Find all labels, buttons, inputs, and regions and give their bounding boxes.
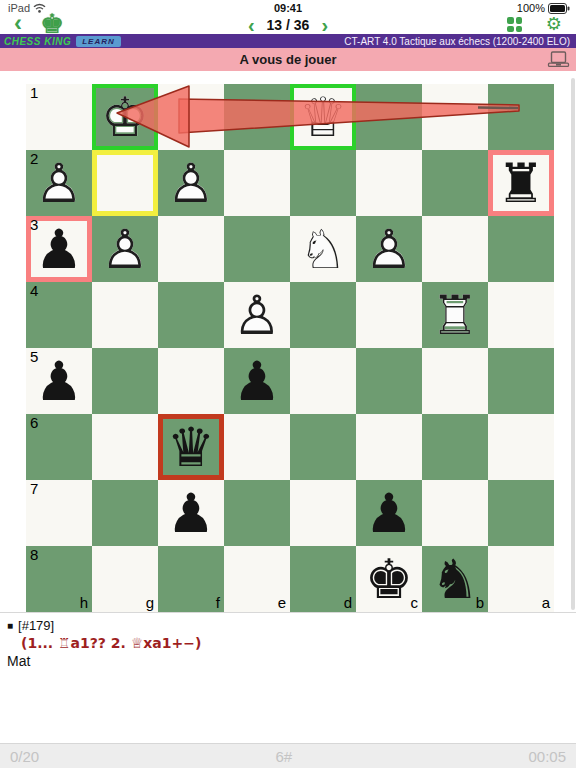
- square-b7[interactable]: [422, 480, 488, 546]
- square-d4[interactable]: [290, 282, 356, 348]
- square-h5[interactable]: 5♟: [26, 348, 92, 414]
- square-e3[interactable]: [224, 216, 290, 282]
- square-a6[interactable]: [488, 414, 554, 480]
- white-pawn-c3: ♟♙: [356, 216, 422, 282]
- square-g5[interactable]: [92, 348, 158, 414]
- square-g2[interactable]: [92, 150, 158, 216]
- square-e8[interactable]: e: [224, 546, 290, 612]
- square-a5[interactable]: [488, 348, 554, 414]
- square-c7[interactable]: ♟: [356, 480, 422, 546]
- square-b6[interactable]: [422, 414, 488, 480]
- rank-label-1: 1: [30, 84, 38, 101]
- board-divider: [0, 612, 576, 613]
- file-label-h: h: [80, 594, 88, 611]
- square-e6[interactable]: [224, 414, 290, 480]
- square-d7[interactable]: [290, 480, 356, 546]
- square-b8[interactable]: b♞: [422, 546, 488, 612]
- annotation-panel: ■ [#179] (1... ♖a1?? 2. ♕xa1+−) Mat: [7, 617, 201, 670]
- score-counter: 0/20: [10, 748, 39, 765]
- white-king-g1: ♚♔: [92, 84, 158, 150]
- square-e1[interactable]: [224, 84, 290, 150]
- variation-line: (1... ♖a1?? 2. ♕xa1+−): [21, 634, 201, 652]
- square-f2[interactable]: ♟♙: [158, 150, 224, 216]
- square-d2[interactable]: [290, 150, 356, 216]
- square-a3[interactable]: [488, 216, 554, 282]
- black-pawn-c7: ♟: [356, 480, 422, 546]
- prompt-message: A vous de jouer: [239, 52, 336, 67]
- black-to-move-marker: ■: [7, 617, 13, 634]
- puzzle-ref: [#179]: [18, 617, 54, 634]
- square-f4[interactable]: [158, 282, 224, 348]
- footer-bar: 0/20 6# 00:05: [0, 743, 576, 768]
- brand-bar: CHESS KING LEARN CT-ART 4.0 Tactique aux…: [0, 34, 576, 48]
- file-label-f: f: [216, 594, 220, 611]
- white-pawn-g3: ♟♙: [92, 216, 158, 282]
- square-c1[interactable]: [356, 84, 422, 150]
- white-queen-d1: ♛♕: [290, 84, 356, 150]
- file-label-e: e: [278, 594, 286, 611]
- square-f5[interactable]: [158, 348, 224, 414]
- course-title: CT-ART 4.0 Tactique aux échecs (1200-240…: [344, 36, 572, 47]
- square-e4[interactable]: ♟♙: [224, 282, 290, 348]
- square-h8[interactable]: 8h: [26, 546, 92, 612]
- square-d6[interactable]: [290, 414, 356, 480]
- square-c2[interactable]: [356, 150, 422, 216]
- battery-percent: 100%: [517, 2, 545, 14]
- battery-icon: [548, 3, 570, 14]
- square-a8[interactable]: a: [488, 546, 554, 612]
- square-b1[interactable]: [422, 84, 488, 150]
- white-knight-d3: ♞♘: [290, 216, 356, 282]
- file-label-c: c: [411, 594, 419, 611]
- square-d1[interactable]: ♛♕: [290, 84, 356, 150]
- square-g7[interactable]: [92, 480, 158, 546]
- square-d8[interactable]: d: [290, 546, 356, 612]
- black-pawn-e5: ♟: [224, 348, 290, 414]
- black-queen-f6: ♛: [158, 414, 224, 480]
- rank-label-8: 8: [30, 546, 38, 563]
- square-c6[interactable]: [356, 414, 422, 480]
- square-g1[interactable]: ♚♔: [92, 84, 158, 150]
- rank-label-7: 7: [30, 480, 38, 497]
- square-a2[interactable]: ♜: [488, 150, 554, 216]
- square-h7[interactable]: 7: [26, 480, 92, 546]
- square-b4[interactable]: ♜♖: [422, 282, 488, 348]
- next-puzzle-chevron[interactable]: ›: [321, 15, 328, 35]
- prev-puzzle-chevron[interactable]: ‹: [248, 15, 255, 35]
- square-e7[interactable]: [224, 480, 290, 546]
- square-e5[interactable]: ♟: [224, 348, 290, 414]
- square-h3[interactable]: 3♟: [26, 216, 92, 282]
- square-c4[interactable]: [356, 282, 422, 348]
- square-h1[interactable]: 1: [26, 84, 92, 150]
- square-f3[interactable]: [158, 216, 224, 282]
- square-h4[interactable]: 4: [26, 282, 92, 348]
- square-g3[interactable]: ♟♙: [92, 216, 158, 282]
- square-e2[interactable]: [224, 150, 290, 216]
- square-d5[interactable]: [290, 348, 356, 414]
- white-pawn-f2: ♟♙: [158, 150, 224, 216]
- clock-time: 09:41: [0, 2, 576, 14]
- file-label-g: g: [146, 594, 154, 611]
- file-label-d: d: [344, 594, 352, 611]
- square-a1[interactable]: [488, 84, 554, 150]
- rank-label-6: 6: [30, 414, 38, 431]
- gear-icon[interactable]: ⚙: [546, 13, 562, 35]
- file-label-b: b: [476, 594, 484, 611]
- rank-label-5: 5: [30, 348, 38, 365]
- puzzle-grid-icon[interactable]: [507, 17, 522, 32]
- computer-icon[interactable]: [547, 51, 570, 68]
- task-label: 6#: [275, 748, 292, 765]
- square-g6[interactable]: [92, 414, 158, 480]
- prompt-bar: A vous de jouer: [0, 48, 576, 71]
- square-h2[interactable]: 2♟♙: [26, 150, 92, 216]
- square-c8[interactable]: c♚: [356, 546, 422, 612]
- goal-label: Mat: [7, 652, 201, 670]
- square-d3[interactable]: ♞♘: [290, 216, 356, 282]
- file-label-a: a: [542, 594, 550, 611]
- black-rook-a2: ♜: [488, 150, 554, 216]
- square-a4[interactable]: [488, 282, 554, 348]
- square-h6[interactable]: 6: [26, 414, 92, 480]
- square-c5[interactable]: [356, 348, 422, 414]
- square-b3[interactable]: [422, 216, 488, 282]
- square-f8[interactable]: f: [158, 546, 224, 612]
- square-b2[interactable]: [422, 150, 488, 216]
- square-c3[interactable]: ♟♙: [356, 216, 422, 282]
- app-name: CHESS KING: [4, 36, 71, 47]
- white-pawn-e4: ♟♙: [224, 282, 290, 348]
- square-g4[interactable]: [92, 282, 158, 348]
- square-b5[interactable]: [422, 348, 488, 414]
- rank-label-3: 3: [30, 216, 38, 233]
- puzzle-counter: 13 / 36: [267, 17, 310, 33]
- square-f7[interactable]: ♟: [158, 480, 224, 546]
- scrollbar[interactable]: [571, 78, 575, 610]
- nav-bar: ‹ ♚ ‹ 13 / 36 › ⚙: [0, 14, 576, 36]
- elapsed-timer: 00:05: [528, 748, 566, 765]
- square-f1[interactable]: [158, 84, 224, 150]
- chess-board: 1♚♔♛♕2♟♙♟♙♜3♟♟♙♞♘♟♙4♟♙♜♖5♟♟6♛7♟♟8hgfedc♚…: [26, 84, 554, 612]
- rank-label-2: 2: [30, 150, 38, 167]
- learn-badge: LEARN: [76, 36, 121, 47]
- square-a7[interactable]: [488, 480, 554, 546]
- rank-label-4: 4: [30, 282, 38, 299]
- square-f6[interactable]: ♛: [158, 414, 224, 480]
- square-g8[interactable]: g: [92, 546, 158, 612]
- black-pawn-f7: ♟: [158, 480, 224, 546]
- white-rook-b4: ♜♖: [422, 282, 488, 348]
